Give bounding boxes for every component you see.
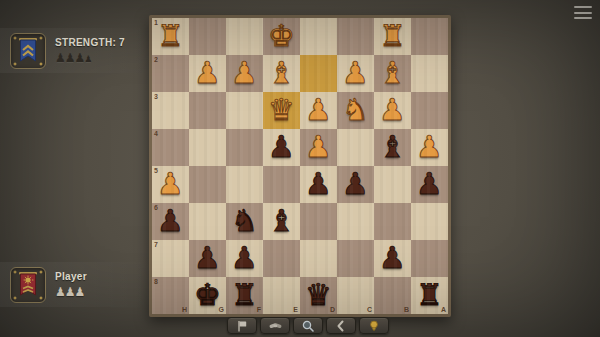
board-frame: 1♜♚♜2♟♟♝♟♝3♛♟♞♟4♟♟♝♟5♟♟♟♟6♟♞♝7♟♟♟8HG♚F♜E… bbox=[149, 15, 451, 317]
opponent-name: STRENGTH: 7 bbox=[55, 37, 125, 48]
opponent-panel: STRENGTH: 7 ♟♟♟♟ bbox=[10, 33, 125, 69]
piece-white-bishop[interactable]: ♝ bbox=[379, 58, 406, 88]
hamburger-icon bbox=[574, 17, 592, 19]
square-g1[interactable] bbox=[189, 18, 226, 55]
piece-black-queen[interactable]: ♛ bbox=[305, 280, 332, 310]
piece-black-pawn[interactable]: ♟ bbox=[231, 243, 258, 273]
square-f3[interactable] bbox=[226, 92, 263, 129]
piece-black-knight[interactable]: ♞ bbox=[231, 206, 258, 236]
hamburger-icon bbox=[574, 12, 592, 14]
file-label: E bbox=[293, 306, 298, 313]
square-c2[interactable]: ♟ bbox=[337, 55, 374, 92]
square-g4[interactable] bbox=[189, 129, 226, 166]
square-b8[interactable]: B bbox=[374, 277, 411, 314]
piece-black-pawn[interactable]: ♟ bbox=[268, 132, 295, 162]
square-e7[interactable] bbox=[263, 240, 300, 277]
square-c5[interactable]: ♟ bbox=[337, 166, 374, 203]
rank-label: 4 bbox=[154, 130, 158, 137]
square-e5[interactable] bbox=[263, 166, 300, 203]
square-a4[interactable]: ♟ bbox=[411, 129, 448, 166]
square-d1[interactable] bbox=[300, 18, 337, 55]
rank-label: 8 bbox=[154, 278, 158, 285]
player-name: Player bbox=[55, 271, 87, 282]
undo-button[interactable] bbox=[326, 317, 356, 334]
piece-black-bishop[interactable]: ♝ bbox=[268, 206, 295, 236]
square-f4[interactable] bbox=[226, 129, 263, 166]
square-c3[interactable]: ♞ bbox=[337, 92, 374, 129]
opponent-captured-row: ♟♟♟♟ bbox=[55, 51, 125, 64]
piece-black-pawn[interactable]: ♟ bbox=[416, 169, 443, 199]
square-h5[interactable]: 5♟ bbox=[152, 166, 189, 203]
square-a7[interactable] bbox=[411, 240, 448, 277]
square-h1[interactable]: 1♜ bbox=[152, 18, 189, 55]
square-a3[interactable] bbox=[411, 92, 448, 129]
square-g6[interactable] bbox=[189, 203, 226, 240]
square-b2[interactable]: ♝ bbox=[374, 55, 411, 92]
file-label: H bbox=[182, 306, 187, 313]
square-g7[interactable]: ♟ bbox=[189, 240, 226, 277]
piece-white-pawn[interactable]: ♟ bbox=[157, 169, 184, 199]
square-c6[interactable] bbox=[337, 203, 374, 240]
square-e2[interactable]: ♝ bbox=[263, 55, 300, 92]
square-f7[interactable]: ♟ bbox=[226, 240, 263, 277]
red-sun-pennant-icon bbox=[17, 271, 39, 299]
file-label: C bbox=[367, 306, 372, 313]
square-d6[interactable] bbox=[300, 203, 337, 240]
square-g5[interactable] bbox=[189, 166, 226, 203]
square-h3[interactable]: 3 bbox=[152, 92, 189, 129]
square-d3[interactable]: ♟ bbox=[300, 92, 337, 129]
analyze-button[interactable] bbox=[293, 317, 323, 334]
square-h4[interactable]: 4 bbox=[152, 129, 189, 166]
captured-pawn-small-icon: ♟ bbox=[84, 55, 91, 64]
piece-white-bishop[interactable]: ♝ bbox=[268, 58, 295, 88]
square-h2[interactable]: 2 bbox=[152, 55, 189, 92]
opponent-banner bbox=[10, 33, 46, 69]
piece-white-pawn[interactable]: ♟ bbox=[305, 95, 332, 125]
captured-pawn-icon: ♟ bbox=[75, 52, 85, 64]
hint-button[interactable] bbox=[359, 317, 389, 334]
magnifier-icon bbox=[301, 319, 315, 333]
piece-white-pawn[interactable]: ♟ bbox=[194, 58, 221, 88]
square-a8[interactable]: A♜ bbox=[411, 277, 448, 314]
square-b1[interactable]: ♜ bbox=[374, 18, 411, 55]
player-captured-row: ♟♟♟ bbox=[55, 285, 87, 298]
rank-label: 3 bbox=[154, 93, 158, 100]
rank-label: 7 bbox=[154, 241, 158, 248]
square-h7[interactable]: 7 bbox=[152, 240, 189, 277]
square-g2[interactable]: ♟ bbox=[189, 55, 226, 92]
square-e8[interactable]: E bbox=[263, 277, 300, 314]
captured-pawn-icon: ♟ bbox=[55, 52, 65, 64]
player-panel: Player ♟♟♟ bbox=[10, 267, 87, 303]
piece-black-rook[interactable]: ♜ bbox=[416, 280, 443, 310]
square-c7[interactable] bbox=[337, 240, 374, 277]
square-h6[interactable]: 6♟ bbox=[152, 203, 189, 240]
square-b7[interactable]: ♟ bbox=[374, 240, 411, 277]
square-g3[interactable] bbox=[189, 92, 226, 129]
square-d4[interactable]: ♟ bbox=[300, 129, 337, 166]
square-e6[interactable]: ♝ bbox=[263, 203, 300, 240]
blue-chevron-pennant-icon bbox=[17, 37, 39, 65]
square-a5[interactable]: ♟ bbox=[411, 166, 448, 203]
piece-white-queen[interactable]: ♛ bbox=[268, 95, 295, 125]
piece-black-king[interactable]: ♚ bbox=[194, 280, 221, 310]
square-e1[interactable]: ♚ bbox=[263, 18, 300, 55]
square-a2[interactable] bbox=[411, 55, 448, 92]
toolbar bbox=[227, 317, 389, 334]
captured-pawn-icon: ♟ bbox=[65, 286, 75, 298]
square-a6[interactable] bbox=[411, 203, 448, 240]
square-c4[interactable] bbox=[337, 129, 374, 166]
square-d2[interactable] bbox=[300, 55, 337, 92]
file-label: B bbox=[404, 306, 409, 313]
piece-black-pawn[interactable]: ♟ bbox=[194, 243, 221, 273]
piece-white-rook[interactable]: ♜ bbox=[379, 21, 406, 51]
chess-app: STRENGTH: 7 ♟♟♟♟ Player ♟♟♟ 1♜♚♜2♟♟♝♟♝3♛… bbox=[0, 0, 600, 337]
square-d5[interactable]: ♟ bbox=[300, 166, 337, 203]
square-b4[interactable]: ♝ bbox=[374, 129, 411, 166]
square-e3[interactable]: ♛ bbox=[263, 92, 300, 129]
square-h8[interactable]: 8H bbox=[152, 277, 189, 314]
square-b3[interactable]: ♟ bbox=[374, 92, 411, 129]
piece-black-pawn[interactable]: ♟ bbox=[379, 243, 406, 273]
piece-white-knight[interactable]: ♞ bbox=[342, 95, 369, 125]
square-d8[interactable]: D♛ bbox=[300, 277, 337, 314]
square-a1[interactable] bbox=[411, 18, 448, 55]
square-d7[interactable] bbox=[300, 240, 337, 277]
piece-black-pawn[interactable]: ♟ bbox=[305, 169, 332, 199]
square-f8[interactable]: F♜ bbox=[226, 277, 263, 314]
captured-pawn-icon: ♟ bbox=[65, 52, 75, 64]
chevron-left-icon bbox=[334, 319, 348, 333]
piece-white-pawn[interactable]: ♟ bbox=[416, 132, 443, 162]
piece-white-king[interactable]: ♚ bbox=[268, 21, 295, 51]
square-c8[interactable]: C bbox=[337, 277, 374, 314]
square-b6[interactable] bbox=[374, 203, 411, 240]
captured-pawn-icon: ♟ bbox=[75, 286, 85, 298]
handshake-icon bbox=[268, 319, 283, 333]
square-e4[interactable]: ♟ bbox=[263, 129, 300, 166]
player-banner bbox=[10, 267, 46, 303]
piece-white-pawn[interactable]: ♟ bbox=[379, 95, 406, 125]
square-f2[interactable]: ♟ bbox=[226, 55, 263, 92]
square-c1[interactable] bbox=[337, 18, 374, 55]
piece-white-pawn[interactable]: ♟ bbox=[305, 132, 332, 162]
square-f6[interactable]: ♞ bbox=[226, 203, 263, 240]
flag-icon bbox=[235, 319, 249, 333]
piece-black-rook[interactable]: ♜ bbox=[231, 280, 258, 310]
piece-white-pawn[interactable]: ♟ bbox=[231, 58, 258, 88]
piece-black-pawn[interactable]: ♟ bbox=[157, 206, 184, 236]
piece-white-rook[interactable]: ♜ bbox=[157, 21, 184, 51]
square-f1[interactable] bbox=[226, 18, 263, 55]
lightbulb-icon bbox=[367, 319, 381, 333]
piece-black-bishop[interactable]: ♝ bbox=[379, 132, 406, 162]
menu-button[interactable] bbox=[573, 5, 593, 20]
rank-label: 2 bbox=[154, 56, 158, 63]
hamburger-icon bbox=[574, 6, 592, 8]
piece-white-pawn[interactable]: ♟ bbox=[342, 58, 369, 88]
piece-black-pawn[interactable]: ♟ bbox=[342, 169, 369, 199]
captured-pawn-icon: ♟ bbox=[55, 286, 65, 298]
square-b5[interactable] bbox=[374, 166, 411, 203]
square-f5[interactable] bbox=[226, 166, 263, 203]
resign-button[interactable] bbox=[227, 317, 257, 334]
offer-draw-button[interactable] bbox=[260, 317, 290, 334]
square-g8[interactable]: G♚ bbox=[189, 277, 226, 314]
chess-board: 1♜♚♜2♟♟♝♟♝3♛♟♞♟4♟♟♝♟5♟♟♟♟6♟♞♝7♟♟♟8HG♚F♜E… bbox=[152, 18, 448, 314]
